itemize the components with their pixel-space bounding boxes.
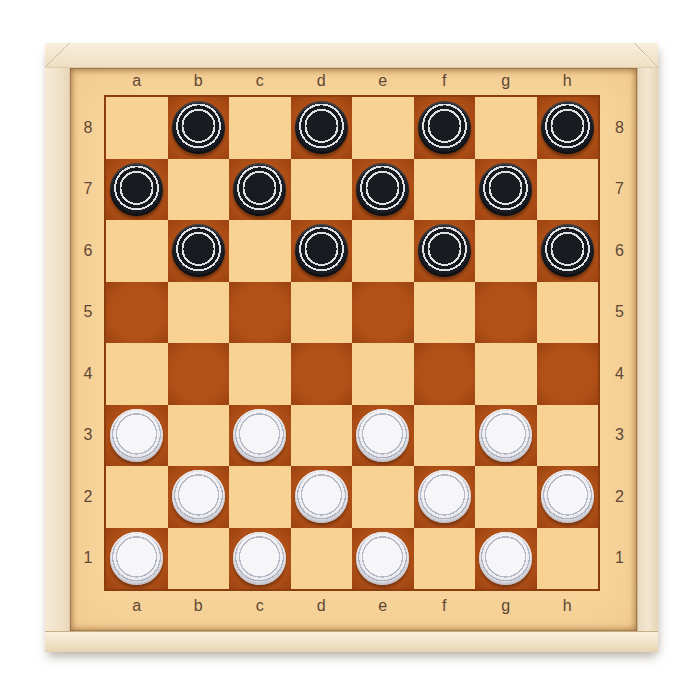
black-man-g7[interactable] (479, 163, 532, 216)
square-a6[interactable] (106, 220, 168, 282)
square-c3[interactable] (229, 405, 291, 467)
photo-background: aabbccddeeffgghh8877665544332211 (0, 0, 700, 700)
file-label-bottom-b: b (194, 598, 203, 614)
square-c6[interactable] (229, 220, 291, 282)
square-h1[interactable] (537, 528, 599, 590)
rank-label-right-7: 7 (615, 181, 624, 197)
square-h7[interactable] (537, 159, 599, 221)
file-label-bottom-g: g (501, 598, 510, 614)
rank-label-left-4: 4 (84, 366, 93, 382)
square-b4[interactable] (168, 343, 230, 405)
square-c4[interactable] (229, 343, 291, 405)
rank-label-right-4: 4 (615, 366, 624, 382)
rank-label-right-2: 2 (615, 489, 624, 505)
black-man-c7[interactable] (233, 163, 286, 216)
square-d6[interactable] (291, 220, 353, 282)
square-e3[interactable] (352, 405, 414, 467)
square-b7[interactable] (168, 159, 230, 221)
square-b3[interactable] (168, 405, 230, 467)
square-e1[interactable] (352, 528, 414, 590)
square-e8[interactable] (352, 97, 414, 159)
rank-label-left-5: 5 (84, 304, 93, 320)
square-f2[interactable] (414, 466, 476, 528)
file-label-bottom-a: a (132, 598, 141, 614)
white-man-b2[interactable] (172, 470, 225, 523)
square-g5[interactable] (475, 282, 537, 344)
file-label-bottom-e: e (378, 598, 387, 614)
square-g7[interactable] (475, 159, 537, 221)
file-label-bottom-f: f (442, 598, 446, 614)
rank-label-left-8: 8 (84, 120, 93, 136)
square-d7[interactable] (291, 159, 353, 221)
square-a1[interactable] (106, 528, 168, 590)
rank-label-left-3: 3 (84, 427, 93, 443)
square-e2[interactable] (352, 466, 414, 528)
frame-top-rail (45, 43, 658, 68)
black-man-h8[interactable] (541, 101, 594, 154)
black-man-b8[interactable] (172, 101, 225, 154)
rank-label-right-8: 8 (615, 120, 624, 136)
square-f3[interactable] (414, 405, 476, 467)
file-label-top-a: a (132, 73, 141, 89)
white-man-a3[interactable] (110, 409, 163, 462)
square-g3[interactable] (475, 405, 537, 467)
square-a7[interactable] (106, 159, 168, 221)
square-g4[interactable] (475, 343, 537, 405)
square-a8[interactable] (106, 97, 168, 159)
white-man-g3[interactable] (479, 409, 532, 462)
black-man-f6[interactable] (418, 224, 471, 277)
square-b5[interactable] (168, 282, 230, 344)
file-label-top-h: h (563, 73, 572, 89)
square-g1[interactable] (475, 528, 537, 590)
file-label-top-e: e (378, 73, 387, 89)
square-e7[interactable] (352, 159, 414, 221)
square-d2[interactable] (291, 466, 353, 528)
square-d5[interactable] (291, 282, 353, 344)
white-man-f2[interactable] (418, 470, 471, 523)
frame-right-stile (637, 68, 658, 631)
square-g8[interactable] (475, 97, 537, 159)
rank-label-left-1: 1 (84, 550, 93, 566)
square-f1[interactable] (414, 528, 476, 590)
white-man-d2[interactable] (295, 470, 348, 523)
square-b1[interactable] (168, 528, 230, 590)
square-b6[interactable] (168, 220, 230, 282)
square-a5[interactable] (106, 282, 168, 344)
rank-label-left-6: 6 (84, 243, 93, 259)
square-f4[interactable] (414, 343, 476, 405)
board-grid (104, 95, 600, 591)
square-d8[interactable] (291, 97, 353, 159)
square-c7[interactable] (229, 159, 291, 221)
frame-left-stile (45, 68, 70, 631)
white-man-e1[interactable] (356, 532, 409, 585)
square-b2[interactable] (168, 466, 230, 528)
frame-miter-top-left (45, 43, 70, 68)
square-h3[interactable] (537, 405, 599, 467)
square-e6[interactable] (352, 220, 414, 282)
black-man-e7[interactable] (356, 163, 409, 216)
frame-bottom-rail (45, 631, 658, 652)
square-h4[interactable] (537, 343, 599, 405)
square-a2[interactable] (106, 466, 168, 528)
square-b8[interactable] (168, 97, 230, 159)
white-man-h2[interactable] (541, 470, 594, 523)
square-c5[interactable] (229, 282, 291, 344)
file-label-top-b: b (194, 73, 203, 89)
white-man-c3[interactable] (233, 409, 286, 462)
square-h2[interactable] (537, 466, 599, 528)
file-label-top-c: c (256, 73, 264, 89)
rank-label-left-2: 2 (84, 489, 93, 505)
square-c2[interactable] (229, 466, 291, 528)
square-a4[interactable] (106, 343, 168, 405)
frame-miter-top-right (634, 43, 658, 68)
checkers-board: aabbccddeeffgghh8877665544332211 (45, 43, 658, 652)
white-man-c1[interactable] (233, 532, 286, 585)
square-e4[interactable] (352, 343, 414, 405)
file-label-bottom-c: c (256, 598, 264, 614)
rank-label-right-3: 3 (615, 427, 624, 443)
square-f6[interactable] (414, 220, 476, 282)
white-man-e3[interactable] (356, 409, 409, 462)
file-label-top-f: f (442, 73, 446, 89)
file-label-bottom-d: d (317, 598, 326, 614)
square-h5[interactable] (537, 282, 599, 344)
black-man-a7[interactable] (110, 163, 163, 216)
square-c1[interactable] (229, 528, 291, 590)
file-label-bottom-h: h (563, 598, 572, 614)
square-e5[interactable] (352, 282, 414, 344)
file-label-top-g: g (501, 73, 510, 89)
square-d4[interactable] (291, 343, 353, 405)
black-man-h6[interactable] (541, 224, 594, 277)
rank-label-right-5: 5 (615, 304, 624, 320)
square-g6[interactable] (475, 220, 537, 282)
black-man-d6[interactable] (295, 224, 348, 277)
square-f8[interactable] (414, 97, 476, 159)
file-label-top-d: d (317, 73, 326, 89)
black-man-d8[interactable] (295, 101, 348, 154)
white-man-a1[interactable] (110, 532, 163, 585)
rank-label-left-7: 7 (84, 181, 93, 197)
black-man-f8[interactable] (418, 101, 471, 154)
square-f7[interactable] (414, 159, 476, 221)
square-h8[interactable] (537, 97, 599, 159)
square-h6[interactable] (537, 220, 599, 282)
square-g2[interactable] (475, 466, 537, 528)
square-a3[interactable] (106, 405, 168, 467)
square-d3[interactable] (291, 405, 353, 467)
square-f5[interactable] (414, 282, 476, 344)
board-surface: aabbccddeeffgghh8877665544332211 (70, 68, 637, 631)
rank-label-right-6: 6 (615, 243, 624, 259)
rank-label-right-1: 1 (615, 550, 624, 566)
square-d1[interactable] (291, 528, 353, 590)
square-c8[interactable] (229, 97, 291, 159)
white-man-g1[interactable] (479, 532, 532, 585)
black-man-b6[interactable] (172, 224, 225, 277)
